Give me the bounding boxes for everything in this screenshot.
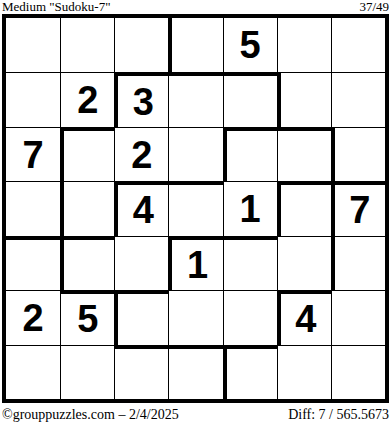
cell-r3c7[interactable] bbox=[331, 127, 385, 181]
cell-r6c4[interactable] bbox=[168, 290, 222, 344]
copyright-text: ©grouppuzzles.com – 2/4/2025 bbox=[2, 407, 179, 422]
cell-r3c4[interactable] bbox=[168, 127, 222, 181]
cell-r3c5[interactable] bbox=[223, 127, 277, 181]
cell-r6c2-given[interactable]: 5 bbox=[60, 290, 114, 344]
cell-r4c3-given[interactable]: 4 bbox=[114, 181, 168, 235]
cell-r7c2[interactable] bbox=[60, 345, 114, 399]
cell-r2c1[interactable] bbox=[6, 72, 60, 126]
cell-r4c6[interactable] bbox=[277, 181, 331, 235]
cell-r1c3[interactable] bbox=[114, 18, 168, 72]
cell-r2c7[interactable] bbox=[331, 72, 385, 126]
cell-r4c5-given[interactable]: 1 bbox=[223, 181, 277, 235]
cell-r5c4-given[interactable]: 1 bbox=[168, 236, 222, 290]
cell-r2c3-given[interactable]: 3 bbox=[114, 72, 168, 126]
cell-r6c3[interactable] bbox=[114, 290, 168, 344]
cell-r4c1[interactable] bbox=[6, 181, 60, 235]
cell-r1c7[interactable] bbox=[331, 18, 385, 72]
cell-r1c4[interactable] bbox=[168, 18, 222, 72]
cell-r7c7[interactable] bbox=[331, 345, 385, 399]
cell-r5c7[interactable] bbox=[331, 236, 385, 290]
cell-r3c6[interactable] bbox=[277, 127, 331, 181]
cell-r4c2[interactable] bbox=[60, 181, 114, 235]
cell-r7c1[interactable] bbox=[6, 345, 60, 399]
cell-r3c1-given[interactable]: 7 bbox=[6, 127, 60, 181]
cell-r3c2[interactable] bbox=[60, 127, 114, 181]
cell-r6c1-given[interactable]: 2 bbox=[6, 290, 60, 344]
cell-r6c5[interactable] bbox=[223, 290, 277, 344]
cell-r5c5[interactable] bbox=[223, 236, 277, 290]
cell-r5c3[interactable] bbox=[114, 236, 168, 290]
cell-r4c7-given[interactable]: 7 bbox=[331, 181, 385, 235]
cell-r2c5[interactable] bbox=[223, 72, 277, 126]
cell-r3c3-given[interactable]: 2 bbox=[114, 127, 168, 181]
page-title: Medium "Sudoku-7" bbox=[2, 0, 110, 13]
cell-r1c1[interactable] bbox=[6, 18, 60, 72]
cell-r5c1[interactable] bbox=[6, 236, 60, 290]
cell-r5c6[interactable] bbox=[277, 236, 331, 290]
cell-r7c4[interactable] bbox=[168, 345, 222, 399]
cell-r7c5[interactable] bbox=[223, 345, 277, 399]
footer: ©grouppuzzles.com – 2/4/2025 Diff: 7 / 5… bbox=[2, 407, 389, 422]
cell-r2c6[interactable] bbox=[277, 72, 331, 126]
cell-r1c5-given[interactable]: 5 bbox=[223, 18, 277, 72]
cell-r2c2-given[interactable]: 2 bbox=[60, 72, 114, 126]
board: 523724171254 bbox=[2, 14, 389, 403]
cell-r7c6[interactable] bbox=[277, 345, 331, 399]
cell-r6c7[interactable] bbox=[331, 290, 385, 344]
cell-r2c4[interactable] bbox=[168, 72, 222, 126]
cell-r6c6-given[interactable]: 4 bbox=[277, 290, 331, 344]
cell-r1c2[interactable] bbox=[60, 18, 114, 72]
cell-r5c2[interactable] bbox=[60, 236, 114, 290]
givens-counter: 37/49 bbox=[359, 0, 389, 13]
cell-r4c4[interactable] bbox=[168, 181, 222, 235]
header: Medium "Sudoku-7" 37/49 bbox=[2, 0, 389, 13]
cell-r1c6[interactable] bbox=[277, 18, 331, 72]
difficulty-text: Diff: 7 / 565.5673 bbox=[288, 407, 389, 422]
cell-r7c3[interactable] bbox=[114, 345, 168, 399]
